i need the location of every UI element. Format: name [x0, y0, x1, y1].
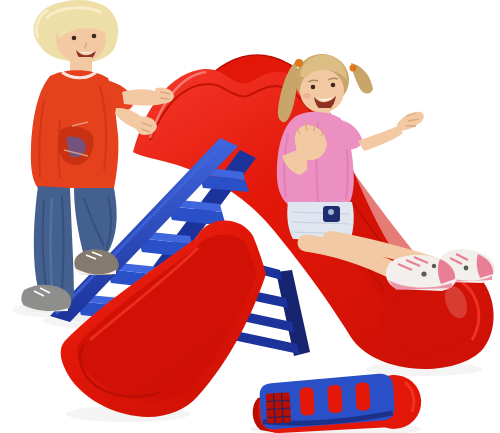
girl-hair-tie-right: [350, 65, 357, 72]
folded-rung-gap: [355, 382, 370, 411]
boy-eye-right: [92, 34, 97, 39]
scene-canvas: [0, 0, 500, 433]
boy-eye-left: [72, 36, 77, 41]
folded-rung-gap: [327, 385, 342, 414]
girl-shorts-patch-mark: [328, 209, 334, 215]
girl-hair-tie-left: [295, 59, 303, 67]
girl-cheek: [303, 93, 311, 99]
girl-eye-left: [311, 85, 316, 90]
boy-jeans-left-leg: [34, 186, 74, 300]
product-photo: [0, 0, 500, 433]
folded-rung-gap: [299, 387, 314, 416]
folded-waffle-grid: [266, 392, 292, 423]
girl-eye-right: [331, 83, 336, 88]
